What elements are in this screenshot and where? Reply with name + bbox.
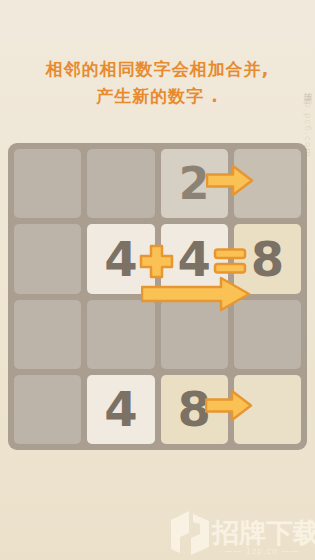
cell-r2c1 [87, 300, 154, 369]
cell-r1c0 [14, 224, 81, 293]
cell-r0c0 [14, 149, 81, 218]
tutorial-line-2: 产生新的数字 . [0, 83, 315, 110]
cell-r1c1-tile-4: 4 [87, 224, 154, 293]
tutorial-screen: 相邻的相同数字会相加合并, 产生新的数字 . 2 4 4 8 4 8 [0, 0, 315, 560]
cell-r1c2-tile-4: 4 [161, 224, 228, 293]
cell-r0c3 [234, 149, 301, 218]
side-watermark-text: 招牌下载 zip.pc6.com [301, 85, 314, 158]
cell-r1c3-tile-8: 8 [234, 224, 301, 293]
cell-r0c2-tile-2: 2 [161, 149, 228, 218]
cell-r3c3-destination [234, 375, 301, 444]
cell-r2c2 [161, 300, 228, 369]
cell-r3c2-tile-8: 8 [161, 375, 228, 444]
watermark-logo-icon [168, 509, 212, 560]
game-board[interactable]: 2 4 4 8 4 8 [8, 143, 307, 450]
cell-r0c1 [87, 149, 154, 218]
tutorial-instructions: 相邻的相同数字会相加合并, 产生新的数字 . [0, 56, 315, 110]
tutorial-line-1: 相邻的相同数字会相加合并, [0, 56, 315, 83]
watermark-site-text: —— 1zp.cn —— [212, 547, 312, 556]
cell-r2c3 [234, 300, 301, 369]
cell-r3c0 [14, 375, 81, 444]
watermark: 招牌下载 —— 1zp.cn —— [166, 506, 315, 560]
cell-r2c0 [14, 300, 81, 369]
cell-r3c1-tile-4: 4 [87, 375, 154, 444]
watermark-brand-text: 招牌下载 [212, 515, 315, 551]
